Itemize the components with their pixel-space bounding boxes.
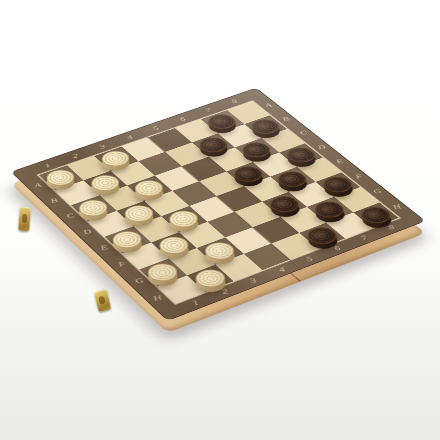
coord-label-left-e: E bbox=[100, 245, 108, 252]
coord-label-right-e: E bbox=[336, 159, 345, 165]
coord-label-right-c: C bbox=[299, 130, 308, 136]
brass-clasp-icon bbox=[18, 207, 31, 232]
coord-label-left-h: H bbox=[153, 295, 163, 302]
coord-label-left-c: C bbox=[66, 213, 75, 220]
coord-label-right-a: A bbox=[264, 103, 273, 109]
coord-label-near-2: 2 bbox=[221, 288, 229, 295]
brass-clasp-icon bbox=[94, 289, 112, 313]
coord-label-far-7: 7 bbox=[205, 108, 212, 114]
coord-label-near-1: 1 bbox=[192, 300, 200, 307]
coord-label-far-3: 3 bbox=[99, 144, 106, 150]
checkers-board: 1122334455667788AABBCCDDEEFFGGHH bbox=[11, 88, 426, 321]
coord-label-far-8: 8 bbox=[231, 99, 238, 105]
coord-label-far-4: 4 bbox=[126, 135, 133, 141]
coord-label-far-6: 6 bbox=[179, 117, 186, 123]
coord-label-near-3: 3 bbox=[250, 277, 258, 284]
coord-label-near-8: 8 bbox=[387, 225, 395, 232]
coord-label-left-g: G bbox=[135, 278, 145, 285]
coord-label-left-b: B bbox=[50, 197, 58, 204]
product-photo-scene: 1122334455667788AABBCCDDEEFFGGHH bbox=[0, 0, 440, 440]
coord-label-right-b: B bbox=[282, 116, 291, 122]
coord-label-right-d: D bbox=[317, 144, 326, 150]
coord-label-near-6: 6 bbox=[333, 245, 341, 252]
coord-label-far-5: 5 bbox=[153, 126, 160, 132]
coord-label-near-4: 4 bbox=[278, 267, 286, 274]
coord-label-far-2: 2 bbox=[72, 153, 79, 159]
coord-label-right-g: G bbox=[373, 188, 383, 195]
coord-label-left-f: F bbox=[118, 261, 126, 268]
coord-label-near-5: 5 bbox=[306, 256, 314, 263]
coord-label-right-f: F bbox=[355, 174, 363, 180]
coord-label-far-1: 1 bbox=[45, 163, 51, 169]
coord-label-left-d: D bbox=[83, 229, 92, 236]
coord-label-left-a: A bbox=[34, 182, 43, 188]
coord-label-right-h: H bbox=[392, 204, 402, 211]
coord-label-near-7: 7 bbox=[361, 235, 369, 242]
